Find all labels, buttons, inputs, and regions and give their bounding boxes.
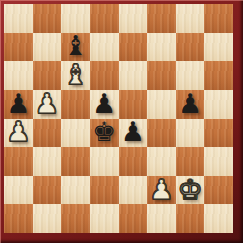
- square-c7[interactable]: ♝: [61, 33, 90, 62]
- square-f6[interactable]: [147, 61, 176, 90]
- square-h5[interactable]: [204, 90, 233, 119]
- square-g6[interactable]: [176, 61, 205, 90]
- square-e8[interactable]: [119, 4, 148, 33]
- square-h2[interactable]: [204, 176, 233, 205]
- square-a5[interactable]: ♟: [4, 90, 33, 119]
- square-e7[interactable]: [119, 33, 148, 62]
- square-g5[interactable]: ♟: [176, 90, 205, 119]
- square-b1[interactable]: [33, 204, 62, 233]
- square-c5[interactable]: [61, 90, 90, 119]
- black-pawn[interactable]: ♟: [178, 90, 202, 117]
- square-e6[interactable]: [119, 61, 148, 90]
- square-f2[interactable]: ♟: [147, 176, 176, 205]
- square-h1[interactable]: [204, 204, 233, 233]
- square-e2[interactable]: [119, 176, 148, 205]
- square-c2[interactable]: [61, 176, 90, 205]
- square-a1[interactable]: [4, 204, 33, 233]
- square-a6[interactable]: [4, 61, 33, 90]
- square-b8[interactable]: [33, 4, 62, 33]
- black-pawn[interactable]: ♟: [6, 90, 30, 117]
- square-c1[interactable]: [61, 204, 90, 233]
- square-c4[interactable]: [61, 119, 90, 148]
- square-b6[interactable]: [33, 61, 62, 90]
- black-pawn[interactable]: ♟: [92, 90, 116, 117]
- white-king[interactable]: ♚: [178, 176, 202, 203]
- square-f3[interactable]: [147, 147, 176, 176]
- square-b4[interactable]: [33, 119, 62, 148]
- square-g2[interactable]: ♚: [176, 176, 205, 205]
- square-b5[interactable]: ♟: [33, 90, 62, 119]
- square-d3[interactable]: [90, 147, 119, 176]
- square-d6[interactable]: [90, 61, 119, 90]
- white-pawn[interactable]: ♟: [149, 176, 173, 203]
- square-d8[interactable]: [90, 4, 119, 33]
- square-d1[interactable]: [90, 204, 119, 233]
- square-g4[interactable]: [176, 119, 205, 148]
- square-e4[interactable]: ♟: [119, 119, 148, 148]
- square-b2[interactable]: [33, 176, 62, 205]
- square-g7[interactable]: [176, 33, 205, 62]
- white-pawn[interactable]: ♟: [35, 90, 59, 117]
- black-pawn[interactable]: ♟: [121, 119, 145, 146]
- square-a8[interactable]: [4, 4, 33, 33]
- square-d5[interactable]: ♟: [90, 90, 119, 119]
- square-a3[interactable]: [4, 147, 33, 176]
- board-frame: ♝♝♟♟♟♟♟♚♟♟♚: [0, 0, 243, 243]
- square-h6[interactable]: [204, 61, 233, 90]
- square-d4[interactable]: ♚: [90, 119, 119, 148]
- square-b7[interactable]: [33, 33, 62, 62]
- white-bishop[interactable]: ♝: [63, 61, 87, 88]
- white-pawn[interactable]: ♟: [6, 119, 30, 146]
- square-g3[interactable]: [176, 147, 205, 176]
- square-f5[interactable]: [147, 90, 176, 119]
- square-f4[interactable]: [147, 119, 176, 148]
- square-h3[interactable]: [204, 147, 233, 176]
- chess-board: ♝♝♟♟♟♟♟♚♟♟♚: [4, 4, 233, 233]
- square-f7[interactable]: [147, 33, 176, 62]
- square-d7[interactable]: [90, 33, 119, 62]
- black-king[interactable]: ♚: [92, 119, 116, 146]
- square-e5[interactable]: [119, 90, 148, 119]
- square-c6[interactable]: ♝: [61, 61, 90, 90]
- square-f8[interactable]: [147, 4, 176, 33]
- square-h4[interactable]: [204, 119, 233, 148]
- square-a7[interactable]: [4, 33, 33, 62]
- square-h7[interactable]: [204, 33, 233, 62]
- square-c8[interactable]: [61, 4, 90, 33]
- square-e1[interactable]: [119, 204, 148, 233]
- square-h8[interactable]: [204, 4, 233, 33]
- square-g8[interactable]: [176, 4, 205, 33]
- square-b3[interactable]: [33, 147, 62, 176]
- chess-diagram: ♝♝♟♟♟♟♟♚♟♟♚: [0, 0, 244, 244]
- square-a2[interactable]: [4, 176, 33, 205]
- square-e3[interactable]: [119, 147, 148, 176]
- square-c3[interactable]: [61, 147, 90, 176]
- square-f1[interactable]: [147, 204, 176, 233]
- square-a4[interactable]: ♟: [4, 119, 33, 148]
- square-g1[interactable]: [176, 204, 205, 233]
- black-bishop[interactable]: ♝: [63, 33, 87, 60]
- square-d2[interactable]: [90, 176, 119, 205]
